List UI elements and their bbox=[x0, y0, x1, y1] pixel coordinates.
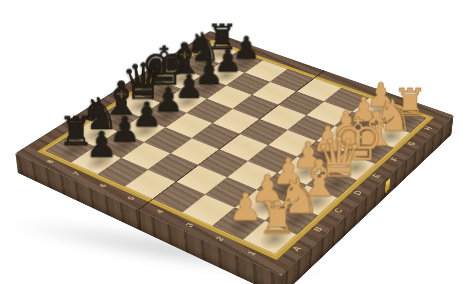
square-g5[interactable] bbox=[252, 82, 297, 105]
brass-clasp-pin bbox=[386, 187, 388, 194]
fold-seam-side bbox=[139, 210, 142, 231]
brass-clasp bbox=[385, 177, 391, 194]
piece-white-rook-a1[interactable]: ♜ bbox=[257, 196, 297, 240]
piece-black-pawn-a7[interactable]: ♟ bbox=[86, 127, 118, 163]
chess-set-photo: ♜♞♝♛♚♝♞♜♟♟♟♟♟♟♟♟♟♟♟♟♟♟♟♟♜♞♝♛♚♝♞♜ ABCDEFG… bbox=[0, 0, 474, 284]
squares-grid: ♜♞♝♛♚♝♞♜♟♟♟♟♟♟♟♟♟♟♟♟♟♟♟♟♜♞♝♛♚♝♞♜ bbox=[45, 43, 427, 255]
